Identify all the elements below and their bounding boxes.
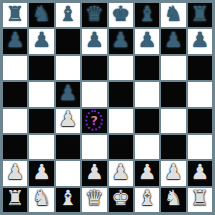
piece-black-pawn[interactable]: ♟	[85, 30, 104, 51]
square-d6[interactable]	[82, 56, 106, 80]
square-g3[interactable]	[161, 135, 185, 159]
square-c4[interactable]: ♟	[56, 109, 80, 133]
square-h7[interactable]: ♟	[188, 29, 212, 53]
piece-white-pawn[interactable]: ♟	[6, 162, 25, 183]
piece-black-bishop[interactable]: ♝	[59, 4, 78, 25]
square-d1[interactable]: ♛	[82, 188, 106, 212]
square-b6[interactable]	[29, 56, 53, 80]
piece-white-queen[interactable]: ♛	[85, 188, 104, 209]
mystery-marker[interactable]: ?	[85, 110, 103, 131]
square-d4[interactable]: ?	[82, 109, 106, 133]
square-c7[interactable]	[56, 29, 80, 53]
piece-white-knight[interactable]: ♞	[32, 188, 51, 209]
square-e7[interactable]: ♟	[109, 29, 133, 53]
square-g4[interactable]	[161, 109, 185, 133]
square-b3[interactable]	[29, 135, 53, 159]
square-h3[interactable]	[188, 135, 212, 159]
square-a3[interactable]	[3, 135, 27, 159]
square-g7[interactable]: ♟	[161, 29, 185, 53]
square-h6[interactable]	[188, 56, 212, 80]
piece-white-pawn[interactable]: ♟	[111, 162, 130, 183]
square-a8[interactable]: ♜	[3, 3, 27, 27]
square-c5[interactable]: ♟	[56, 82, 80, 106]
square-e8[interactable]: ♚	[109, 3, 133, 27]
board-frame: ♜♞♝♛♚♝♞♜♟♟♟♟♟♟♟♟♟?♟♟♟♟♟♟♟♜♞♝♛♚♝♞♜	[0, 0, 215, 215]
square-f8[interactable]: ♝	[135, 3, 159, 27]
piece-black-knight[interactable]: ♞	[32, 4, 51, 25]
square-h4[interactable]	[188, 109, 212, 133]
square-e1[interactable]: ♚	[109, 188, 133, 212]
piece-black-king[interactable]: ♚	[111, 4, 130, 25]
square-g8[interactable]: ♞	[161, 3, 185, 27]
square-c6[interactable]	[56, 56, 80, 80]
chessboard: ♜♞♝♛♚♝♞♜♟♟♟♟♟♟♟♟♟?♟♟♟♟♟♟♟♜♞♝♛♚♝♞♜	[3, 3, 212, 212]
piece-white-pawn[interactable]: ♟	[85, 162, 104, 183]
square-d8[interactable]: ♛	[82, 3, 106, 27]
square-e3[interactable]	[109, 135, 133, 159]
piece-black-rook[interactable]: ♜	[190, 4, 209, 25]
piece-black-knight[interactable]: ♞	[164, 4, 183, 25]
square-e5[interactable]	[109, 82, 133, 106]
square-b2[interactable]: ♟	[29, 161, 53, 185]
square-a6[interactable]	[3, 56, 27, 80]
square-e4[interactable]	[109, 109, 133, 133]
piece-black-pawn[interactable]: ♟	[164, 30, 183, 51]
piece-black-pawn[interactable]: ♟	[32, 30, 51, 51]
square-a5[interactable]	[3, 82, 27, 106]
piece-white-bishop[interactable]: ♝	[138, 188, 157, 209]
question-mark-icon: ?	[91, 114, 99, 127]
square-d5[interactable]	[82, 82, 106, 106]
square-d3[interactable]	[82, 135, 106, 159]
piece-black-pawn[interactable]: ♟	[138, 30, 157, 51]
square-c8[interactable]: ♝	[56, 3, 80, 27]
square-h1[interactable]: ♜	[188, 188, 212, 212]
piece-white-rook[interactable]: ♜	[6, 188, 25, 209]
piece-white-knight[interactable]: ♞	[164, 188, 183, 209]
piece-black-bishop[interactable]: ♝	[138, 4, 157, 25]
piece-black-pawn[interactable]: ♟	[59, 83, 78, 104]
square-f5[interactable]	[135, 82, 159, 106]
square-h8[interactable]: ♜	[188, 3, 212, 27]
square-a1[interactable]: ♜	[3, 188, 27, 212]
square-f2[interactable]: ♟	[135, 161, 159, 185]
square-a4[interactable]	[3, 109, 27, 133]
square-f6[interactable]	[135, 56, 159, 80]
square-g5[interactable]	[161, 82, 185, 106]
square-d7[interactable]: ♟	[82, 29, 106, 53]
square-h2[interactable]: ♟	[188, 161, 212, 185]
square-g1[interactable]: ♞	[161, 188, 185, 212]
square-b1[interactable]: ♞	[29, 188, 53, 212]
piece-white-pawn[interactable]: ♟	[190, 162, 209, 183]
square-f3[interactable]	[135, 135, 159, 159]
square-g2[interactable]: ♟	[161, 161, 185, 185]
square-f4[interactable]	[135, 109, 159, 133]
piece-white-king[interactable]: ♚	[111, 188, 130, 209]
piece-black-queen[interactable]: ♛	[85, 4, 104, 25]
square-a2[interactable]: ♟	[3, 161, 27, 185]
piece-black-pawn[interactable]: ♟	[6, 30, 25, 51]
square-f1[interactable]: ♝	[135, 188, 159, 212]
square-e6[interactable]	[109, 56, 133, 80]
square-c1[interactable]: ♝	[56, 188, 80, 212]
piece-black-pawn[interactable]: ♟	[190, 30, 209, 51]
piece-white-pawn[interactable]: ♟	[32, 162, 51, 183]
square-h5[interactable]	[188, 82, 212, 106]
square-f7[interactable]: ♟	[135, 29, 159, 53]
piece-white-pawn[interactable]: ♟	[164, 162, 183, 183]
piece-black-rook[interactable]: ♜	[6, 4, 25, 25]
square-d2[interactable]: ♟	[82, 161, 106, 185]
piece-white-pawn[interactable]: ♟	[138, 162, 157, 183]
square-e2[interactable]: ♟	[109, 161, 133, 185]
square-b4[interactable]	[29, 109, 53, 133]
piece-black-pawn[interactable]: ♟	[111, 30, 130, 51]
piece-white-bishop[interactable]: ♝	[59, 188, 78, 209]
piece-white-pawn[interactable]: ♟	[59, 109, 78, 130]
square-b8[interactable]: ♞	[29, 3, 53, 27]
square-b7[interactable]: ♟	[29, 29, 53, 53]
square-g6[interactable]	[161, 56, 185, 80]
square-c3[interactable]	[56, 135, 80, 159]
square-b5[interactable]	[29, 82, 53, 106]
piece-white-rook[interactable]: ♜	[190, 188, 209, 209]
square-a7[interactable]: ♟	[3, 29, 27, 53]
square-c2[interactable]	[56, 161, 80, 185]
